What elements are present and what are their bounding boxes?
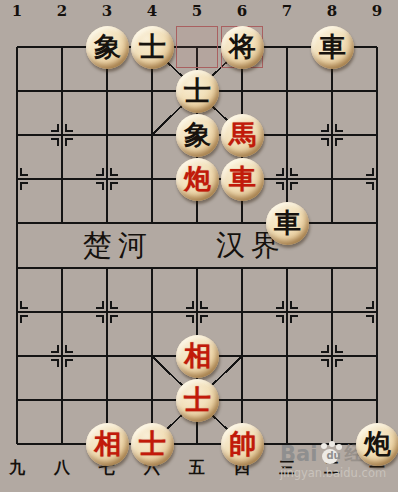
file-label-1: 1 bbox=[0, 2, 39, 20]
piece-glyph: 炮 bbox=[364, 430, 391, 457]
file-label-5: 5 bbox=[175, 2, 219, 20]
file-label-8: 8 bbox=[310, 2, 354, 20]
baidu-logo-text: Bai bbox=[280, 442, 317, 466]
piece-red-king[interactable]: 帥 bbox=[221, 423, 264, 466]
file-label-wu: 五 bbox=[175, 458, 219, 479]
piece-black-cannon[interactable]: 炮 bbox=[356, 423, 398, 466]
file-label-7: 7 bbox=[265, 2, 309, 20]
xiangqi-board: 1 2 3 4 5 6 7 8 9 九 八 七 六 五 四 三 二 一 楚河 汉… bbox=[0, 0, 398, 492]
baidu-url-text: jingyan.baidu.com bbox=[280, 466, 386, 480]
piece-red-advisor[interactable]: 士 bbox=[131, 423, 174, 466]
piece-red-chariot[interactable]: 車 bbox=[221, 158, 264, 201]
piece-red-cannon[interactable]: 炮 bbox=[176, 158, 219, 201]
piece-glyph: 相 bbox=[94, 430, 121, 457]
piece-red-advisor[interactable]: 士 bbox=[176, 379, 219, 422]
file-label-6: 6 bbox=[220, 2, 264, 20]
piece-black-chariot[interactable]: 車 bbox=[311, 26, 354, 69]
piece-glyph: 車 bbox=[274, 209, 301, 236]
piece-black-elephant[interactable]: 象 bbox=[176, 114, 219, 157]
file-label-9: 9 bbox=[355, 2, 398, 20]
piece-glyph: 車 bbox=[319, 33, 346, 60]
file-label-4: 4 bbox=[130, 2, 174, 20]
last-move-from-square bbox=[176, 26, 218, 68]
file-label-2: 2 bbox=[40, 2, 84, 20]
file-label-ba: 八 bbox=[40, 458, 84, 479]
piece-glyph: 相 bbox=[184, 342, 211, 369]
file-label-jiu: 九 bbox=[0, 458, 39, 479]
piece-glyph: 炮 bbox=[184, 165, 211, 192]
piece-red-elephant[interactable]: 相 bbox=[86, 423, 129, 466]
piece-black-general[interactable]: 将 bbox=[221, 26, 264, 69]
baidu-paw-icon: du bbox=[318, 443, 343, 465]
piece-glyph: 馬 bbox=[229, 121, 256, 148]
piece-glyph: 車 bbox=[229, 165, 256, 192]
file-label-3: 3 bbox=[85, 2, 129, 20]
baidu-du-text: du bbox=[326, 450, 340, 461]
piece-black-elephant[interactable]: 象 bbox=[86, 26, 129, 69]
piece-red-elephant[interactable]: 相 bbox=[176, 335, 219, 378]
piece-black-chariot[interactable]: 車 bbox=[266, 202, 309, 245]
piece-glyph: 象 bbox=[184, 121, 211, 148]
piece-glyph: 将 bbox=[229, 33, 256, 60]
piece-glyph: 象 bbox=[94, 33, 121, 60]
piece-black-advisor[interactable]: 士 bbox=[176, 70, 219, 113]
piece-glyph: 士 bbox=[184, 77, 211, 104]
river-label-chuhe: 楚河 bbox=[83, 228, 153, 262]
piece-red-horse[interactable]: 馬 bbox=[221, 114, 264, 157]
piece-glyph: 士 bbox=[184, 386, 211, 413]
piece-glyph: 士 bbox=[139, 430, 166, 457]
piece-glyph: 帥 bbox=[229, 430, 256, 457]
piece-glyph: 士 bbox=[139, 33, 166, 60]
piece-black-advisor[interactable]: 士 bbox=[131, 26, 174, 69]
